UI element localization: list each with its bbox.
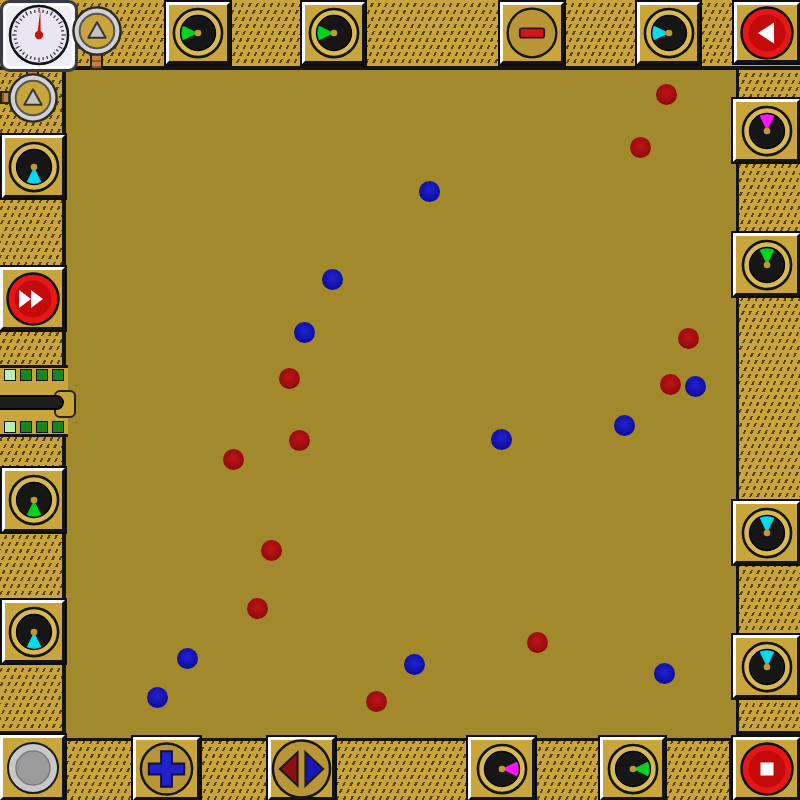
marble-blue[interactable] — [491, 429, 512, 450]
marble-red[interactable] — [660, 374, 681, 395]
valve-button-top[interactable] — [71, 5, 123, 57]
dial-knob-icon — [170, 5, 226, 61]
dial-top-left-b[interactable] — [302, 2, 365, 64]
red-blue-arrows-icon — [271, 738, 332, 800]
fast-forward-button[interactable] — [0, 267, 65, 330]
dial-right-4[interactable] — [733, 635, 800, 698]
game-window — [0, 0, 800, 800]
marble-blue[interactable] — [685, 376, 706, 397]
pressure-gauge — [0, 0, 78, 72]
dial-left-2[interactable] — [2, 468, 65, 532]
dial-knob-icon — [739, 505, 795, 561]
marble-red[interactable] — [527, 632, 548, 653]
led-indicator — [36, 421, 48, 433]
led-indicator — [20, 369, 32, 381]
marble-red[interactable] — [289, 430, 310, 451]
dial-knob-icon — [739, 639, 795, 695]
valve-button-left[interactable] — [7, 72, 59, 124]
marble-blue[interactable] — [419, 181, 440, 202]
gray-lamp-button[interactable] — [0, 735, 65, 800]
dial-knob-icon — [6, 604, 62, 660]
square-icon — [739, 741, 795, 797]
marble-blue[interactable] — [294, 322, 315, 343]
dial-knob-icon — [739, 103, 795, 159]
valve-triangle-icon — [71, 5, 123, 57]
board-surface[interactable] — [63, 67, 739, 741]
marble-blue[interactable] — [177, 648, 198, 669]
plus-icon — [136, 738, 197, 800]
dial-right-2[interactable] — [733, 233, 800, 296]
triangle-left-icon — [739, 5, 795, 61]
marble-red[interactable] — [366, 691, 387, 712]
dial-top-right[interactable] — [637, 2, 700, 64]
marble-blue[interactable] — [404, 654, 425, 675]
dial-knob-icon — [6, 139, 62, 195]
marble-red[interactable] — [223, 449, 244, 470]
led-row-top — [4, 369, 64, 381]
led-indicator — [20, 421, 32, 433]
minus-icon — [503, 2, 561, 64]
led-indicator — [52, 421, 64, 433]
dial-knob-icon — [306, 5, 362, 61]
marble-blue[interactable] — [147, 687, 168, 708]
dial-knob-icon — [605, 741, 661, 797]
pressure-gauge-icon — [0, 0, 78, 72]
led-indicator — [4, 421, 16, 433]
dial-top-left-a[interactable] — [166, 2, 230, 64]
dial-knob-icon — [474, 741, 530, 797]
led-row-bottom — [4, 421, 64, 433]
marble-red[interactable] — [261, 540, 282, 561]
dial-right-1[interactable] — [733, 99, 800, 162]
gray-lamp-icon — [5, 740, 61, 796]
marble-blue[interactable] — [614, 415, 635, 436]
dial-knob-icon — [739, 237, 795, 293]
stop-button[interactable] — [733, 737, 800, 800]
led-indicator — [36, 369, 48, 381]
marble-red[interactable] — [630, 137, 651, 158]
dial-knob-icon — [641, 5, 697, 61]
marble-red[interactable] — [656, 84, 677, 105]
fast-forward-icon — [5, 271, 61, 327]
dial-bottom-1[interactable] — [468, 737, 535, 800]
marble-red[interactable] — [279, 368, 300, 389]
led-slider-panel[interactable] — [0, 365, 68, 437]
led-indicator — [4, 369, 16, 381]
dial-bottom-2[interactable] — [600, 737, 665, 800]
frame-strip-bottom — [0, 735, 800, 800]
split-arrows-button[interactable] — [268, 737, 335, 800]
minus-button[interactable] — [500, 2, 564, 64]
marble-blue[interactable] — [322, 269, 343, 290]
dial-left-1[interactable] — [2, 135, 65, 198]
dial-left-3[interactable] — [2, 600, 65, 663]
marble-red[interactable] — [678, 328, 699, 349]
dial-knob-icon — [6, 472, 62, 528]
dial-right-3[interactable] — [733, 501, 800, 564]
valve-triangle-icon — [7, 72, 59, 124]
marble-blue[interactable] — [654, 663, 675, 684]
back-button[interactable] — [734, 2, 800, 63]
marble-red[interactable] — [247, 598, 268, 619]
plus-button[interactable] — [133, 737, 200, 800]
slider-tube[interactable] — [0, 395, 64, 410]
led-indicator — [52, 369, 64, 381]
